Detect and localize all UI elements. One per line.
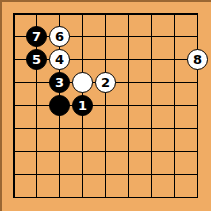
intersection[interactable] bbox=[140, 163, 163, 186]
intersection[interactable] bbox=[94, 117, 117, 140]
intersection[interactable]: 8 bbox=[186, 48, 209, 71]
intersection[interactable] bbox=[94, 140, 117, 163]
intersection[interactable]: 4 bbox=[48, 48, 71, 71]
intersection[interactable] bbox=[25, 117, 48, 140]
intersection[interactable] bbox=[140, 117, 163, 140]
intersection[interactable]: 7 bbox=[25, 25, 48, 48]
intersection[interactable] bbox=[163, 48, 186, 71]
intersection[interactable] bbox=[163, 117, 186, 140]
intersection[interactable]: 1 bbox=[71, 94, 94, 117]
intersection[interactable] bbox=[48, 94, 71, 117]
intersection[interactable] bbox=[140, 2, 163, 25]
intersection[interactable] bbox=[140, 25, 163, 48]
intersection[interactable] bbox=[2, 140, 25, 163]
intersection[interactable] bbox=[94, 2, 117, 25]
intersection[interactable] bbox=[25, 94, 48, 117]
intersection[interactable] bbox=[186, 186, 209, 209]
intersection[interactable] bbox=[163, 163, 186, 186]
intersection[interactable] bbox=[117, 140, 140, 163]
white-stone: 6 bbox=[49, 26, 70, 47]
intersection[interactable] bbox=[94, 163, 117, 186]
intersection[interactable] bbox=[94, 25, 117, 48]
intersection[interactable]: 6 bbox=[48, 25, 71, 48]
intersection[interactable] bbox=[2, 48, 25, 71]
white-stone: 8 bbox=[187, 49, 208, 70]
intersection[interactable] bbox=[117, 71, 140, 94]
intersection[interactable] bbox=[2, 163, 25, 186]
move-number: 3 bbox=[55, 76, 64, 89]
intersection[interactable] bbox=[186, 163, 209, 186]
intersection[interactable] bbox=[117, 94, 140, 117]
black-stone: 5 bbox=[26, 49, 47, 70]
intersection[interactable] bbox=[186, 2, 209, 25]
intersection[interactable] bbox=[71, 186, 94, 209]
intersection[interactable] bbox=[71, 71, 94, 94]
intersection[interactable] bbox=[2, 2, 25, 25]
intersection[interactable] bbox=[163, 25, 186, 48]
intersection[interactable] bbox=[2, 94, 25, 117]
intersection[interactable] bbox=[71, 2, 94, 25]
intersection[interactable] bbox=[2, 71, 25, 94]
intersection[interactable] bbox=[117, 163, 140, 186]
intersection[interactable] bbox=[117, 186, 140, 209]
move-number: 5 bbox=[32, 53, 41, 66]
move-number: 7 bbox=[32, 30, 41, 43]
intersection[interactable] bbox=[48, 117, 71, 140]
intersection[interactable] bbox=[140, 186, 163, 209]
intersection[interactable]: 5 bbox=[25, 48, 48, 71]
intersection[interactable] bbox=[48, 2, 71, 25]
move-number: 8 bbox=[193, 53, 202, 66]
move-number: 4 bbox=[55, 53, 64, 66]
intersection[interactable] bbox=[94, 186, 117, 209]
intersection[interactable] bbox=[71, 163, 94, 186]
intersection[interactable] bbox=[94, 48, 117, 71]
intersection[interactable]: 3 bbox=[48, 71, 71, 94]
intersection[interactable] bbox=[48, 186, 71, 209]
intersection[interactable] bbox=[2, 186, 25, 209]
intersection[interactable] bbox=[117, 117, 140, 140]
intersection[interactable] bbox=[163, 2, 186, 25]
intersection[interactable] bbox=[117, 2, 140, 25]
move-number: 1 bbox=[78, 99, 87, 112]
intersection[interactable] bbox=[140, 71, 163, 94]
intersection[interactable] bbox=[140, 94, 163, 117]
black-stone: 1 bbox=[72, 95, 93, 116]
go-board-diagram: 76548321 bbox=[0, 0, 211, 211]
intersection[interactable] bbox=[186, 94, 209, 117]
intersection[interactable] bbox=[25, 186, 48, 209]
white-stone: 4 bbox=[49, 49, 70, 70]
intersection[interactable] bbox=[48, 140, 71, 163]
move-number: 2 bbox=[101, 76, 110, 89]
intersection[interactable] bbox=[117, 48, 140, 71]
black-stone: 3 bbox=[49, 72, 70, 93]
white-stone: 2 bbox=[95, 72, 116, 93]
intersection[interactable] bbox=[25, 71, 48, 94]
intersection[interactable] bbox=[186, 117, 209, 140]
intersection[interactable] bbox=[71, 25, 94, 48]
intersection[interactable] bbox=[71, 48, 94, 71]
intersection[interactable] bbox=[25, 140, 48, 163]
white-stone bbox=[72, 72, 93, 93]
intersection[interactable] bbox=[186, 71, 209, 94]
intersection[interactable] bbox=[140, 140, 163, 163]
intersection[interactable] bbox=[117, 25, 140, 48]
intersection[interactable] bbox=[2, 25, 25, 48]
intersection[interactable] bbox=[25, 163, 48, 186]
intersection[interactable] bbox=[2, 117, 25, 140]
intersection[interactable] bbox=[163, 186, 186, 209]
intersection[interactable] bbox=[163, 94, 186, 117]
intersection[interactable] bbox=[163, 140, 186, 163]
intersection[interactable] bbox=[140, 48, 163, 71]
intersection[interactable] bbox=[94, 94, 117, 117]
black-stone: 7 bbox=[26, 26, 47, 47]
intersection[interactable] bbox=[25, 2, 48, 25]
black-stone bbox=[49, 95, 70, 116]
go-board: 76548321 bbox=[2, 2, 209, 209]
intersection[interactable] bbox=[186, 25, 209, 48]
intersection[interactable] bbox=[71, 117, 94, 140]
intersection[interactable] bbox=[186, 140, 209, 163]
intersection[interactable]: 2 bbox=[94, 71, 117, 94]
move-number: 6 bbox=[55, 30, 64, 43]
intersection[interactable] bbox=[163, 71, 186, 94]
intersection[interactable] bbox=[71, 140, 94, 163]
intersection[interactable] bbox=[48, 163, 71, 186]
